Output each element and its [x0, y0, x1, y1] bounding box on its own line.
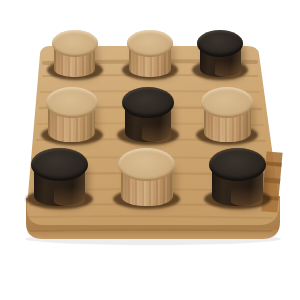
- cell-r1c2[interactable]: [111, 24, 188, 86]
- dark-peg[interactable]: [197, 30, 243, 77]
- peg-top: [209, 148, 266, 181]
- peg-top: [197, 30, 243, 57]
- light-peg[interactable]: [46, 87, 98, 142]
- cell-r2c3[interactable]: [189, 86, 266, 148]
- dark-peg[interactable]: [209, 148, 266, 206]
- light-peg[interactable]: [201, 87, 253, 142]
- peg-top: [118, 148, 175, 181]
- cell-r1c3[interactable]: [182, 24, 259, 86]
- scene: [0, 0, 300, 300]
- peg-top: [31, 148, 88, 181]
- peg-top: [46, 87, 98, 118]
- peg-top: [122, 87, 174, 118]
- board-grid: [34, 24, 266, 212]
- light-peg[interactable]: [52, 30, 98, 77]
- cell-r1c1[interactable]: [36, 24, 113, 86]
- cell-r3c2[interactable]: [108, 148, 185, 212]
- peg-top: [127, 30, 173, 57]
- peg-top: [52, 30, 98, 57]
- light-peg[interactable]: [118, 148, 175, 206]
- dark-peg[interactable]: [31, 148, 88, 206]
- cell-r3c1[interactable]: [21, 148, 98, 212]
- cell-r2c2[interactable]: [109, 86, 186, 148]
- light-peg[interactable]: [127, 30, 173, 77]
- cell-r3c3[interactable]: [199, 148, 276, 212]
- dark-peg[interactable]: [122, 87, 174, 142]
- cell-r2c1[interactable]: [33, 86, 110, 148]
